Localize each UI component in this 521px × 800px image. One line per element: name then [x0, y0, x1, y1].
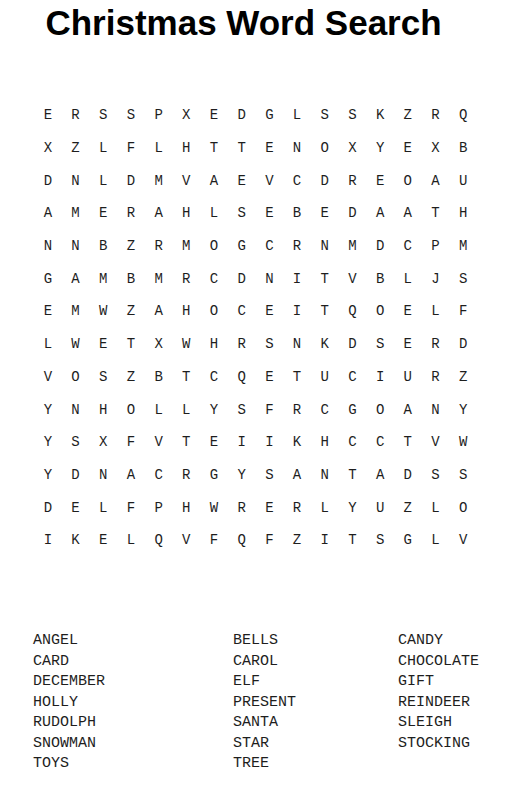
word-list-item-sleigh: SLEIGH [398, 713, 479, 734]
grid-cell-r9c14[interactable]: U [394, 361, 422, 394]
grid-cell-r8c16[interactable]: D [449, 328, 477, 361]
grid-cell-r12c16[interactable]: S [449, 459, 477, 492]
grid-cell-r14c1[interactable]: I [34, 524, 62, 557]
grid-cell-r5c9[interactable]: C [256, 230, 284, 263]
word-list-item-elf: ELF [233, 672, 296, 693]
grid-cell-r12c5[interactable]: C [145, 459, 173, 492]
grid-cell-r3c13[interactable]: E [366, 164, 394, 197]
grid-cell-r6c13[interactable]: B [366, 262, 394, 295]
grid-cell-r9c2[interactable]: O [62, 361, 90, 394]
grid-cell-r4c12[interactable]: D [339, 197, 367, 230]
grid-cell-r9c10[interactable]: T [283, 361, 311, 394]
grid-cell-r13c7[interactable]: W [200, 491, 228, 524]
grid-cell-r13c3[interactable]: L [89, 491, 117, 524]
grid-cell-r7c5[interactable]: A [145, 295, 173, 328]
grid-cell-r7c6[interactable]: H [172, 295, 200, 328]
grid-cell-r14c5[interactable]: Q [145, 524, 173, 557]
grid-cell-r13c2[interactable]: E [62, 491, 90, 524]
grid-cell-r5c1[interactable]: N [34, 230, 62, 263]
grid-cell-r4c9[interactable]: E [256, 197, 284, 230]
grid-cell-r13c8[interactable]: R [228, 491, 256, 524]
grid-cell-r8c8[interactable]: R [228, 328, 256, 361]
grid-cell-r8c7[interactable]: H [200, 328, 228, 361]
word-list-item-rudolph: RUDOLPH [33, 713, 105, 734]
grid-cell-r11c10[interactable]: K [283, 426, 311, 459]
grid-cell-r9c8[interactable]: Q [228, 361, 256, 394]
grid-cell-r5c8[interactable]: G [228, 230, 256, 263]
word-list-item-candy: CANDY [398, 631, 479, 652]
grid-cell-r3c2[interactable]: N [62, 164, 90, 197]
grid-cell-r8c11[interactable]: K [311, 328, 339, 361]
grid-cell-r6c4[interactable]: B [117, 262, 145, 295]
grid-cell-r12c14[interactable]: D [394, 459, 422, 492]
grid-cell-r7c7[interactable]: O [200, 295, 228, 328]
grid-cell-r14c13[interactable]: S [366, 524, 394, 557]
word-list-item-bells: BELLS [233, 631, 296, 652]
word-list-item-reindeer: REINDEER [398, 693, 479, 714]
grid-cell-r1c2[interactable]: R [62, 99, 90, 132]
grid-cell-r13c6[interactable]: H [172, 491, 200, 524]
grid-cell-r13c5[interactable]: P [145, 491, 173, 524]
grid-cell-r11c15[interactable]: V [422, 426, 450, 459]
grid-cell-r8c13[interactable]: S [366, 328, 394, 361]
grid-cell-r3c5[interactable]: M [145, 164, 173, 197]
grid-cell-r7c12[interactable]: Q [339, 295, 367, 328]
grid-cell-r4c15[interactable]: T [422, 197, 450, 230]
grid-cell-r7c14[interactable]: E [394, 295, 422, 328]
grid-cell-r9c1[interactable]: V [34, 361, 62, 394]
grid-cell-r6c1[interactable]: G [34, 262, 62, 295]
grid-cell-r1c11[interactable]: S [311, 99, 339, 132]
grid-cell-r12c6[interactable]: R [172, 459, 200, 492]
grid-cell-r8c10[interactable]: N [283, 328, 311, 361]
word-list-item-december: DECEMBER [33, 672, 105, 693]
grid-cell-r1c3[interactable]: S [89, 99, 117, 132]
grid-cell-r2c10[interactable]: N [283, 132, 311, 165]
grid-cell-r14c6[interactable]: V [172, 524, 200, 557]
grid-cell-r1c1[interactable]: E [34, 99, 62, 132]
grid-cell-r10c12[interactable]: G [339, 393, 367, 426]
grid-cell-r8c4[interactable]: T [117, 328, 145, 361]
grid-cell-r6c2[interactable]: A [62, 262, 90, 295]
grid-cell-r6c7[interactable]: C [200, 262, 228, 295]
grid-cell-r13c12[interactable]: Y [339, 491, 367, 524]
grid-cell-r10c2[interactable]: N [62, 393, 90, 426]
grid-cell-r11c6[interactable]: T [172, 426, 200, 459]
grid-cell-r8c1[interactable]: L [34, 328, 62, 361]
grid-cell-r8c9[interactable]: S [256, 328, 284, 361]
grid-cell-r2c6[interactable]: H [172, 132, 200, 165]
grid-cell-r10c6[interactable]: L [172, 393, 200, 426]
grid-cell-r6c11[interactable]: T [311, 262, 339, 295]
grid-cell-r11c4[interactable]: F [117, 426, 145, 459]
grid-cell-r1c6[interactable]: X [172, 99, 200, 132]
grid-cell-r6c9[interactable]: N [256, 262, 284, 295]
grid-cell-r6c16[interactable]: S [449, 262, 477, 295]
grid-cell-r2c3[interactable]: L [89, 132, 117, 165]
grid-cell-r11c7[interactable]: E [200, 426, 228, 459]
grid-cell-r14c16[interactable]: V [449, 524, 477, 557]
grid-cell-r1c8[interactable]: D [228, 99, 256, 132]
grid-cell-r6c3[interactable]: M [89, 262, 117, 295]
grid-cell-r8c5[interactable]: X [145, 328, 173, 361]
grid-cell-r7c10[interactable]: I [283, 295, 311, 328]
grid-cell-r9c11[interactable]: U [311, 361, 339, 394]
grid-cell-r3c10[interactable]: C [283, 164, 311, 197]
grid-cell-r3c1[interactable]: D [34, 164, 62, 197]
grid-cell-r5c2[interactable]: N [62, 230, 90, 263]
grid-cell-r13c9[interactable]: E [256, 491, 284, 524]
grid-cell-r4c13[interactable]: A [366, 197, 394, 230]
grid-cell-r9c15[interactable]: R [422, 361, 450, 394]
grid-cell-r4c5[interactable]: A [145, 197, 173, 230]
grid-cell-r9c9[interactable]: E [256, 361, 284, 394]
grid-cell-r11c2[interactable]: S [62, 426, 90, 459]
grid-cell-r9c12[interactable]: C [339, 361, 367, 394]
grid-cell-r10c3[interactable]: H [89, 393, 117, 426]
grid-cell-r2c2[interactable]: Z [62, 132, 90, 165]
grid-cell-r13c14[interactable]: Z [394, 491, 422, 524]
grid-cell-r13c4[interactable]: F [117, 491, 145, 524]
grid-cell-r14c15[interactable]: L [422, 524, 450, 557]
grid-cell-r6c15[interactable]: J [422, 262, 450, 295]
grid-cell-r3c14[interactable]: O [394, 164, 422, 197]
grid-cell-r3c3[interactable]: L [89, 164, 117, 197]
page-title: Christmas Word Search [0, 3, 487, 43]
grid-cell-r11c13[interactable]: C [366, 426, 394, 459]
grid-cell-r10c8[interactable]: S [228, 393, 256, 426]
word-list-column-2: BELLSCAROLELFPRESENTSANTASTARTREE [233, 631, 296, 775]
grid-cell-r5c16[interactable]: M [449, 230, 477, 263]
grid-cell-r5c7[interactable]: O [200, 230, 228, 263]
word-list-item-card: CARD [33, 652, 105, 673]
grid-cell-r10c5[interactable]: L [145, 393, 173, 426]
grid-cell-r12c8[interactable]: Y [228, 459, 256, 492]
grid-cell-r9c7[interactable]: C [200, 361, 228, 394]
grid-cell-r2c5[interactable]: L [145, 132, 173, 165]
grid-cell-r4c6[interactable]: H [172, 197, 200, 230]
grid-cell-r8c3[interactable]: E [89, 328, 117, 361]
grid-cell-r2c15[interactable]: X [422, 132, 450, 165]
grid-cell-r1c5[interactable]: P [145, 99, 173, 132]
grid-cell-r10c9[interactable]: F [256, 393, 284, 426]
grid-cell-r13c16[interactable]: O [449, 491, 477, 524]
grid-cell-r2c4[interactable]: F [117, 132, 145, 165]
grid-cell-r13c13[interactable]: U [366, 491, 394, 524]
grid-cell-r14c4[interactable]: L [117, 524, 145, 557]
grid-cell-r1c15[interactable]: R [422, 99, 450, 132]
grid-cell-r10c16[interactable]: Y [449, 393, 477, 426]
grid-cell-r11c9[interactable]: I [256, 426, 284, 459]
grid-cell-r1c9[interactable]: G [256, 99, 284, 132]
grid-cell-r12c13[interactable]: A [366, 459, 394, 492]
grid-cell-r3c4[interactable]: D [117, 164, 145, 197]
grid-cell-r7c11[interactable]: T [311, 295, 339, 328]
grid-cell-r3c16[interactable]: U [449, 164, 477, 197]
grid-cell-r3c12[interactable]: R [339, 164, 367, 197]
grid-cell-r6c14[interactable]: L [394, 262, 422, 295]
grid-cell-r11c16[interactable]: W [449, 426, 477, 459]
grid-cell-r7c8[interactable]: C [228, 295, 256, 328]
grid-cell-r14c14[interactable]: G [394, 524, 422, 557]
grid-cell-r12c10[interactable]: A [283, 459, 311, 492]
word-list-item-toys: TOYS [33, 754, 105, 775]
grid-cell-r1c12[interactable]: S [339, 99, 367, 132]
word-list-item-present: PRESENT [233, 693, 296, 714]
grid-cell-r12c15[interactable]: S [422, 459, 450, 492]
grid-cell-r9c6[interactable]: T [172, 361, 200, 394]
grid-cell-r11c11[interactable]: H [311, 426, 339, 459]
grid-cell-r1c10[interactable]: L [283, 99, 311, 132]
word-list-item-gift: GIFT [398, 672, 479, 693]
grid-cell-r3c11[interactable]: D [311, 164, 339, 197]
grid-cell-r5c5[interactable]: R [145, 230, 173, 263]
grid-cell-r1c7[interactable]: E [200, 99, 228, 132]
grid-cell-r10c13[interactable]: O [366, 393, 394, 426]
grid-cell-r5c12[interactable]: M [339, 230, 367, 263]
grid-cell-r12c9[interactable]: S [256, 459, 284, 492]
grid-cell-r14c3[interactable]: E [89, 524, 117, 557]
grid-cell-r7c4[interactable]: Z [117, 295, 145, 328]
word-list-column-1: ANGELCARDDECEMBERHOLLYRUDOLPHSNOWMANTOYS [33, 631, 105, 775]
grid-cell-r10c10[interactable]: R [283, 393, 311, 426]
word-list-item-stocking: STOCKING [398, 734, 479, 755]
grid-cell-r11c12[interactable]: C [339, 426, 367, 459]
grid-cell-r5c11[interactable]: N [311, 230, 339, 263]
grid-cell-r2c13[interactable]: Y [366, 132, 394, 165]
word-list-item-carol: CAROL [233, 652, 296, 673]
grid-cell-r3c7[interactable]: A [200, 164, 228, 197]
word-list-item-star: STAR [233, 734, 296, 755]
grid-cell-r7c3[interactable]: W [89, 295, 117, 328]
grid-cell-r14c9[interactable]: F [256, 524, 284, 557]
grid-cell-r1c16[interactable]: Q [449, 99, 477, 132]
grid-cell-r6c5[interactable]: M [145, 262, 173, 295]
grid-cell-r14c8[interactable]: Q [228, 524, 256, 557]
grid-cell-r14c10[interactable]: Z [283, 524, 311, 557]
grid-cell-r5c13[interactable]: D [366, 230, 394, 263]
grid-cell-r4c7[interactable]: L [200, 197, 228, 230]
word-list-item-snowman: SNOWMAN [33, 734, 105, 755]
grid-cell-r9c16[interactable]: Z [449, 361, 477, 394]
grid-cell-r5c14[interactable]: C [394, 230, 422, 263]
grid-cell-r2c11[interactable]: O [311, 132, 339, 165]
grid-cell-r8c6[interactable]: W [172, 328, 200, 361]
grid-cell-r6c8[interactable]: D [228, 262, 256, 295]
grid-cell-r8c15[interactable]: R [422, 328, 450, 361]
grid-cell-r12c12[interactable]: T [339, 459, 367, 492]
word-list-item-angel: ANGEL [33, 631, 105, 652]
grid-cell-r4c8[interactable]: S [228, 197, 256, 230]
grid-cell-r13c11[interactable]: L [311, 491, 339, 524]
grid-cell-r2c1[interactable]: X [34, 132, 62, 165]
grid-cell-r7c15[interactable]: L [422, 295, 450, 328]
word-search-page: Christmas Word Search ERSSPXEDGLSSKZRQXZ… [0, 0, 521, 800]
grid-cell-r8c12[interactable]: D [339, 328, 367, 361]
grid-cell-r12c1[interactable]: Y [34, 459, 62, 492]
grid-cell-r2c12[interactable]: X [339, 132, 367, 165]
grid-cell-r10c7[interactable]: Y [200, 393, 228, 426]
grid-cell-r7c13[interactable]: O [366, 295, 394, 328]
grid-cell-r11c5[interactable]: V [145, 426, 173, 459]
grid-cell-r10c15[interactable]: N [422, 393, 450, 426]
grid-cell-r7c16[interactable]: F [449, 295, 477, 328]
word-search-grid: ERSSPXEDGLSSKZRQXZLFLHTTENOXYEXBDNLDMVAE… [34, 99, 477, 557]
grid-cell-r14c12[interactable]: T [339, 524, 367, 557]
word-list-item-chocolate: CHOCOLATE [398, 652, 479, 673]
grid-cell-r6c6[interactable]: R [172, 262, 200, 295]
word-list-item-tree: TREE [233, 754, 296, 775]
word-list-column-3: CANDYCHOCOLATEGIFTREINDEERSLEIGHSTOCKING [398, 631, 479, 754]
grid-cell-r4c11[interactable]: E [311, 197, 339, 230]
grid-cell-r7c2[interactable]: M [62, 295, 90, 328]
grid-cell-r5c4[interactable]: Z [117, 230, 145, 263]
grid-cell-r7c1[interactable]: E [34, 295, 62, 328]
grid-cell-r13c15[interactable]: L [422, 491, 450, 524]
grid-cell-r9c13[interactable]: I [366, 361, 394, 394]
grid-cell-r2c8[interactable]: T [228, 132, 256, 165]
grid-cell-r2c7[interactable]: T [200, 132, 228, 165]
grid-cell-r6c12[interactable]: V [339, 262, 367, 295]
grid-cell-r4c3[interactable]: E [89, 197, 117, 230]
grid-cell-r3c9[interactable]: V [256, 164, 284, 197]
word-list-item-holly: HOLLY [33, 693, 105, 714]
grid-cell-r5c6[interactable]: M [172, 230, 200, 263]
grid-cell-r8c2[interactable]: W [62, 328, 90, 361]
grid-cell-r2c14[interactable]: E [394, 132, 422, 165]
grid-cell-r11c14[interactable]: T [394, 426, 422, 459]
grid-cell-r13c10[interactable]: R [283, 491, 311, 524]
grid-cell-r12c11[interactable]: N [311, 459, 339, 492]
grid-cell-r6c10[interactable]: I [283, 262, 311, 295]
grid-cell-r11c8[interactable]: I [228, 426, 256, 459]
grid-cell-r12c2[interactable]: D [62, 459, 90, 492]
grid-cell-r4c14[interactable]: A [394, 197, 422, 230]
grid-cell-r10c14[interactable]: A [394, 393, 422, 426]
grid-cell-r4c1[interactable]: A [34, 197, 62, 230]
grid-cell-r12c4[interactable]: A [117, 459, 145, 492]
grid-cell-r7c9[interactable]: E [256, 295, 284, 328]
grid-cell-r12c3[interactable]: N [89, 459, 117, 492]
grid-cell-r1c14[interactable]: Z [394, 99, 422, 132]
grid-cell-r1c13[interactable]: K [366, 99, 394, 132]
grid-cell-r14c11[interactable]: I [311, 524, 339, 557]
grid-cell-r9c4[interactable]: Z [117, 361, 145, 394]
grid-cell-r2c9[interactable]: E [256, 132, 284, 165]
grid-cell-r11c3[interactable]: X [89, 426, 117, 459]
grid-cell-r3c6[interactable]: V [172, 164, 200, 197]
grid-cell-r13c1[interactable]: D [34, 491, 62, 524]
grid-cell-r4c2[interactable]: M [62, 197, 90, 230]
grid-cell-r4c16[interactable]: H [449, 197, 477, 230]
grid-cell-r9c5[interactable]: B [145, 361, 173, 394]
grid-cell-r10c4[interactable]: O [117, 393, 145, 426]
grid-cell-r1c4[interactable]: S [117, 99, 145, 132]
grid-cell-r12c7[interactable]: G [200, 459, 228, 492]
grid-cell-r10c1[interactable]: Y [34, 393, 62, 426]
grid-cell-r14c7[interactable]: F [200, 524, 228, 557]
grid-cell-r2c16[interactable]: B [449, 132, 477, 165]
grid-cell-r14c2[interactable]: K [62, 524, 90, 557]
grid-cell-r4c4[interactable]: R [117, 197, 145, 230]
word-list: ANGELCARDDECEMBERHOLLYRUDOLPHSNOWMANTOYS… [0, 631, 521, 786]
grid-cell-r5c3[interactable]: B [89, 230, 117, 263]
grid-cell-r3c8[interactable]: E [228, 164, 256, 197]
grid-cell-r5c10[interactable]: R [283, 230, 311, 263]
grid-cell-r3c15[interactable]: A [422, 164, 450, 197]
grid-cell-r11c1[interactable]: Y [34, 426, 62, 459]
grid-cell-r5c15[interactable]: P [422, 230, 450, 263]
grid-cell-r9c3[interactable]: S [89, 361, 117, 394]
grid-cell-r10c11[interactable]: C [311, 393, 339, 426]
grid-cell-r4c10[interactable]: B [283, 197, 311, 230]
word-list-item-santa: SANTA [233, 713, 296, 734]
grid-cell-r8c14[interactable]: E [394, 328, 422, 361]
